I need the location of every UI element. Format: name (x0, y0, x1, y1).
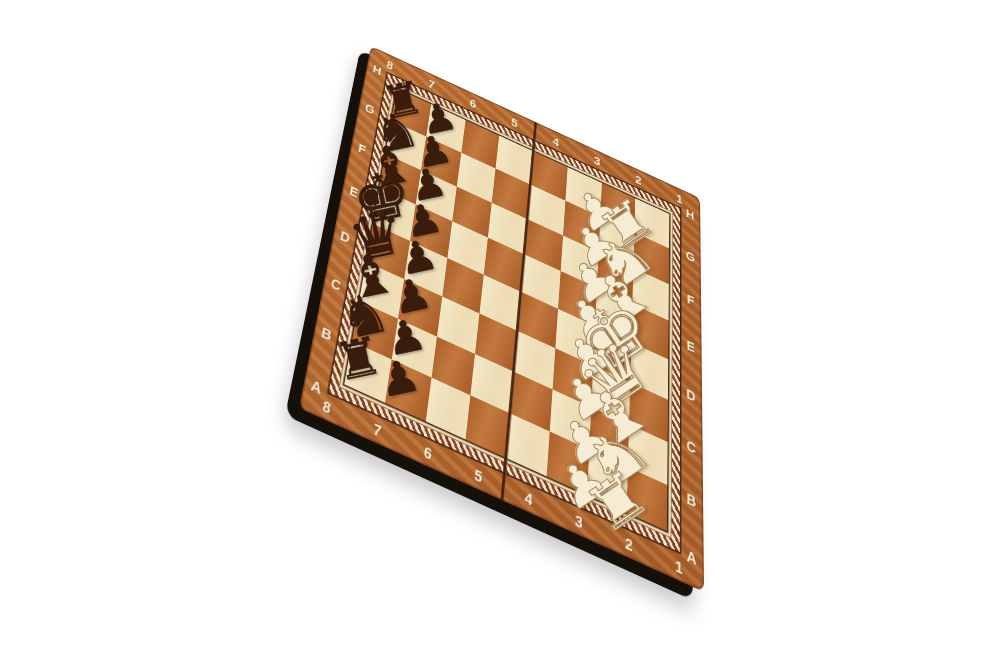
file-label: E (349, 183, 360, 199)
file-label: G (364, 100, 375, 115)
rank-label: 6 (469, 96, 477, 110)
rank-label: 4 (524, 488, 533, 508)
file-label: A (687, 546, 697, 567)
file-label: G (686, 247, 695, 263)
file-label: F (357, 141, 367, 156)
file-label: A (310, 376, 323, 396)
rank-label: 8 (322, 397, 333, 416)
file-label: E (687, 337, 695, 354)
file-label: C (330, 274, 342, 292)
rank-label: 6 (423, 442, 433, 461)
file-label: B (320, 324, 333, 343)
rank-label: 1 (676, 191, 682, 205)
rank-label: 4 (552, 134, 559, 148)
rank-label: 2 (625, 533, 633, 553)
file-label: D (339, 228, 351, 245)
rank-label: 8 (386, 58, 394, 71)
product-photo-chess-set: 8765432187654321HGFEDCBAHGFEDCBA ♜♞♝♛♚♝♞… (0, 0, 1000, 667)
file-label: H (686, 206, 694, 221)
file-label: F (687, 292, 694, 308)
rank-label: 7 (428, 77, 436, 91)
file-label: D (686, 385, 695, 403)
rank-label: 1 (675, 556, 683, 576)
rank-label: 7 (372, 420, 382, 439)
rank-label: 5 (511, 115, 519, 129)
file-label: H (372, 62, 382, 76)
rank-label: 3 (594, 153, 601, 167)
file-label: C (687, 436, 697, 455)
rank-label: 3 (575, 511, 584, 531)
rank-label: 2 (635, 172, 642, 186)
file-label: B (687, 490, 697, 510)
rank-label: 5 (474, 465, 483, 484)
